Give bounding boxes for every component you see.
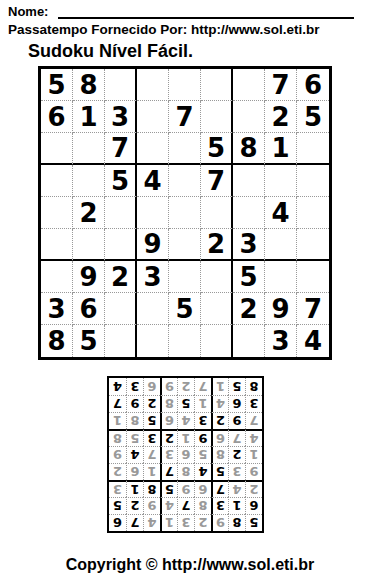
puzzle-cell-r9c6 [201, 325, 233, 357]
puzzle-cell-r9c3 [105, 325, 137, 357]
solution-cell-r2c1: 6 [245, 497, 262, 514]
solution-cell-r3c8: 1 [126, 480, 143, 497]
solution-cell-r6c3: 6 [211, 429, 228, 446]
puzzle-cell-r4c5 [169, 165, 201, 197]
puzzle-cell-r3c3: 7 [105, 133, 137, 165]
puzzle-cell-r2c2: 1 [73, 101, 105, 133]
solution-cell-r6c5: 1 [177, 429, 194, 446]
solution-cell-r1c3: 9 [211, 514, 228, 531]
puzzle-cell-r8c8: 9 [265, 293, 297, 325]
solution-cell-r1c2: 8 [228, 514, 245, 531]
puzzle-cell-r3c6: 5 [201, 133, 233, 165]
solution-cell-r4c6: 7 [160, 463, 177, 480]
solution-cell-r1c8: 7 [126, 514, 143, 531]
solution-cell-r6c1: 4 [245, 429, 262, 446]
puzzle-cell-r2c5: 7 [169, 101, 201, 133]
puzzle-cell-r1c3 [105, 69, 137, 101]
solution-cell-r5c6: 3 [160, 446, 177, 463]
solution-cell-r9c2: 5 [228, 378, 245, 395]
solution-cell-r5c5: 6 [177, 446, 194, 463]
solution-cell-r2c9: 5 [109, 497, 126, 514]
puzzle-cell-r7c7: 5 [233, 261, 265, 293]
solution-cell-r4c2: 3 [228, 463, 245, 480]
solution-cell-r8c7: 2 [143, 395, 160, 412]
puzzle-cell-r2c1: 6 [41, 101, 73, 133]
solution-cell-r8c1: 3 [245, 395, 262, 412]
puzzle-cell-r6c6: 2 [201, 229, 233, 261]
puzzle-cell-r7c8 [265, 261, 297, 293]
solution-cell-r7c9: 1 [109, 412, 126, 429]
solution-cell-r5c2: 2 [228, 446, 245, 463]
puzzle-cell-r6c8 [265, 229, 297, 261]
puzzle-cell-r6c1 [41, 229, 73, 261]
puzzle-cell-r3c5 [169, 133, 201, 165]
solution-cell-r4c8: 6 [126, 463, 143, 480]
puzzle-cell-r9c9: 4 [297, 325, 329, 357]
solution-cell-r8c3: 4 [211, 395, 228, 412]
solution-cell-r7c8: 8 [126, 412, 143, 429]
puzzle-cell-r5c1 [41, 197, 73, 229]
puzzle-cell-r5c3 [105, 197, 137, 229]
solution-cell-r9c7: 6 [143, 378, 160, 395]
puzzle-cell-r1c6 [201, 69, 233, 101]
puzzle-cell-r2c4 [137, 101, 169, 133]
puzzle-cell-r7c1 [41, 261, 73, 293]
puzzle-cell-r5c4 [137, 197, 169, 229]
puzzle-cell-r5c9 [297, 197, 329, 229]
puzzle-cell-r3c2 [73, 133, 105, 165]
solution-cell-r3c2: 4 [228, 480, 245, 497]
name-label: Nome: [8, 4, 48, 19]
puzzle-cell-r7c6 [201, 261, 233, 293]
puzzle-cell-r6c9 [297, 229, 329, 261]
puzzle-cell-r3c7: 8 [233, 133, 265, 165]
puzzle-cell-r9c2: 5 [73, 325, 105, 357]
puzzle-cell-r2c8: 2 [265, 101, 297, 133]
puzzle-cell-r4c7 [233, 165, 265, 197]
puzzle-cell-r8c3 [105, 293, 137, 325]
solution-cell-r9c9: 4 [109, 378, 126, 395]
solution-cell-r6c6: 2 [160, 429, 177, 446]
solution-cell-r3c7: 8 [143, 480, 160, 497]
name-row: Nome: [8, 4, 372, 20]
puzzle-cell-r8c4 [137, 293, 169, 325]
puzzle-cell-r7c9 [297, 261, 329, 293]
puzzle-cell-r1c5 [169, 69, 201, 101]
puzzle-cell-r6c7: 3 [233, 229, 265, 261]
solution-cell-r1c9: 6 [109, 514, 126, 531]
puzzle-cell-r7c3: 2 [105, 261, 137, 293]
solution-cell-r2c2: 1 [228, 497, 245, 514]
provider-text: Passatempo Fornecido Por: http://www.sol… [8, 22, 320, 37]
puzzle-cell-r8c5: 5 [169, 293, 201, 325]
name-underline [58, 4, 354, 19]
solution-cell-r7c2: 9 [228, 412, 245, 429]
solution-cell-r5c3: 8 [211, 446, 228, 463]
solution-cell-r4c7: 1 [143, 463, 160, 480]
solution-cell-r1c5: 3 [177, 514, 194, 531]
puzzle-cell-r8c7: 2 [233, 293, 265, 325]
solution-cell-r9c3: 1 [211, 378, 228, 395]
puzzle-cell-r9c4 [137, 325, 169, 357]
solution-cell-r8c8: 9 [126, 395, 143, 412]
puzzle-cell-r4c6: 7 [201, 165, 233, 197]
solution-cell-r9c4: 7 [194, 378, 211, 395]
puzzle-cell-r9c8: 3 [265, 325, 297, 357]
solution-cell-r7c4: 3 [194, 412, 211, 429]
solution-cell-r7c3: 2 [211, 412, 228, 429]
solution-cell-r2c4: 8 [194, 497, 211, 514]
puzzle-cell-r1c8: 7 [265, 69, 297, 101]
solution-cell-r7c1: 7 [245, 412, 262, 429]
solution-cell-r6c9: 8 [109, 429, 126, 446]
solution-cell-r3c3: 7 [211, 480, 228, 497]
puzzle-cell-r8c2: 6 [73, 293, 105, 325]
puzzle-cell-r9c7 [233, 325, 265, 357]
puzzle-cell-r4c8 [265, 165, 297, 197]
puzzle-cell-r5c2: 2 [73, 197, 105, 229]
solution-cell-r7c6: 6 [160, 412, 177, 429]
puzzle-cell-r8c6 [201, 293, 233, 325]
solution-cell-r7c5: 4 [177, 412, 194, 429]
puzzle-cell-r6c5 [169, 229, 201, 261]
solution-cell-r3c1: 2 [245, 480, 262, 497]
solution-cell-r2c7: 9 [143, 497, 160, 514]
puzzle-cell-r5c6 [201, 197, 233, 229]
solution-cell-r9c8: 3 [126, 378, 143, 395]
solution-cell-r3c6: 5 [160, 480, 177, 497]
solution-cell-r3c5: 9 [177, 480, 194, 497]
solution-cell-r1c1: 5 [245, 514, 262, 531]
puzzle-cell-r8c9: 7 [297, 293, 329, 325]
puzzle-cell-r2c9: 5 [297, 101, 329, 133]
puzzle-cell-r9c1: 8 [41, 325, 73, 357]
puzzle-cell-r9c5 [169, 325, 201, 357]
puzzle-cell-r4c9 [297, 165, 329, 197]
page-title: Sudoku Nível Fácil. [28, 41, 193, 62]
solution-cell-r5c8: 4 [126, 446, 143, 463]
puzzle-cell-r7c4: 3 [137, 261, 169, 293]
puzzle-cell-r2c7 [233, 101, 265, 133]
solution-cell-r8c5: 5 [177, 395, 194, 412]
puzzle-cell-r6c2 [73, 229, 105, 261]
solution-cell-r4c9: 2 [109, 463, 126, 480]
solution-cell-r3c4: 6 [194, 480, 211, 497]
solution-cell-r6c4: 9 [194, 429, 211, 446]
solution-cell-r8c6: 8 [160, 395, 177, 412]
solution-cell-r2c5: 7 [177, 497, 194, 514]
solution-cell-r3c9: 3 [109, 480, 126, 497]
puzzle-cell-r5c7 [233, 197, 265, 229]
solution-cell-r2c6: 4 [160, 497, 177, 514]
puzzle-cell-r4c1 [41, 165, 73, 197]
solution-cell-r5c9: 9 [109, 446, 126, 463]
puzzle-cell-r1c4 [137, 69, 169, 101]
solution-cell-r6c2: 7 [228, 429, 245, 446]
solution-cell-r9c5: 2 [177, 378, 194, 395]
solution-cell-r7c7: 5 [143, 412, 160, 429]
solution-cell-r2c3: 3 [211, 497, 228, 514]
puzzle-cell-r4c3: 5 [105, 165, 137, 197]
solution-cell-r1c4: 2 [194, 514, 211, 531]
solution-cell-r8c9: 7 [109, 395, 126, 412]
solution-cell-r4c3: 5 [211, 463, 228, 480]
puzzle-cell-r3c4 [137, 133, 169, 165]
puzzle-cell-r1c1: 5 [41, 69, 73, 101]
puzzle-cell-r1c9: 6 [297, 69, 329, 101]
puzzle-cell-r5c5 [169, 197, 201, 229]
puzzle-cell-r3c1 [41, 133, 73, 165]
puzzle-cell-r6c3 [105, 229, 137, 261]
solution-cell-r5c4: 5 [194, 446, 211, 463]
puzzle-cell-r5c8: 4 [265, 197, 297, 229]
puzzle-cell-r3c9 [297, 133, 329, 165]
solution-cell-r5c7: 7 [143, 446, 160, 463]
solution-cell-r2c8: 2 [126, 497, 143, 514]
puzzle-cell-r6c4: 9 [137, 229, 169, 261]
puzzle-cell-r4c4: 4 [137, 165, 169, 197]
solution-cell-r6c7: 3 [143, 429, 160, 446]
solution-cell-r8c4: 1 [194, 395, 211, 412]
solution-cell-r1c6: 1 [160, 514, 177, 531]
solution-cell-r4c5: 8 [177, 463, 194, 480]
solution-cell-r5c1: 1 [245, 446, 262, 463]
puzzle-cell-r2c3: 3 [105, 101, 137, 133]
solution-cell-r6c8: 5 [126, 429, 143, 446]
puzzle-cell-r1c2: 8 [73, 69, 105, 101]
main-sudoku-grid: 587661372575815472492392353652978534 [38, 66, 332, 360]
puzzle-cell-r8c1: 3 [41, 293, 73, 325]
puzzle-cell-r4c2 [73, 165, 105, 197]
solution-cell-r8c2: 6 [228, 395, 245, 412]
solution-cell-r4c4: 4 [194, 463, 211, 480]
puzzle-cell-r3c8: 1 [265, 133, 297, 165]
solution-grid-upside-down: 5892314766138749252476958139354871621285… [107, 376, 264, 533]
solution-cell-r9c6: 9 [160, 378, 177, 395]
puzzle-cell-r1c7 [233, 69, 265, 101]
solution-cell-r1c7: 4 [143, 514, 160, 531]
copyright-text: Copyright © http://www.sol.eti.br [0, 556, 380, 574]
solution-cell-r9c1: 8 [245, 378, 262, 395]
puzzle-cell-r7c5 [169, 261, 201, 293]
solution-cell-r4c1: 9 [245, 463, 262, 480]
puzzle-cell-r2c6 [201, 101, 233, 133]
puzzle-cell-r7c2: 9 [73, 261, 105, 293]
